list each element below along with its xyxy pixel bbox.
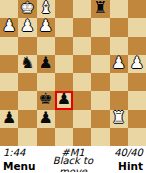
square-h4[interactable] <box>128 73 146 91</box>
black-knight: ♞ <box>20 55 34 71</box>
square-b7[interactable]: ♟ <box>18 18 36 36</box>
square-g2[interactable]: ♜ <box>110 110 128 128</box>
square-b2[interactable] <box>18 110 36 128</box>
square-b1[interactable] <box>18 128 36 146</box>
square-d1[interactable] <box>55 128 73 146</box>
chess-board: ♚♝♜♟♟♟♞♟♟♟♚♟♟♟♜ <box>0 0 146 146</box>
black-pawn: ♟ <box>2 110 16 126</box>
square-a5[interactable] <box>0 55 18 73</box>
square-f7[interactable] <box>91 18 109 36</box>
square-h2[interactable] <box>128 110 146 128</box>
square-g5[interactable]: ♟ <box>110 55 128 73</box>
chess-app-screen: ♚♝♜♟♟♟♞♟♟♟♚♟♟♟♜ 1:44 #M1 40/40 Menu Blac… <box>0 0 146 172</box>
square-d5[interactable] <box>55 55 73 73</box>
square-f4[interactable] <box>91 73 109 91</box>
menu-softkey[interactable]: Menu <box>3 160 44 172</box>
white-pawn: ♟ <box>111 55 125 71</box>
black-king: ♚ <box>38 91 52 107</box>
square-d6[interactable] <box>55 37 73 55</box>
square-e8[interactable] <box>73 0 91 18</box>
black-pawn: ♟ <box>38 110 52 126</box>
square-c1[interactable] <box>37 128 55 146</box>
square-e5[interactable] <box>73 55 91 73</box>
square-h5[interactable]: ♟ <box>128 55 146 73</box>
square-g1[interactable] <box>110 128 128 146</box>
square-f5[interactable] <box>91 55 109 73</box>
square-e1[interactable] <box>73 128 91 146</box>
status-bar: 1:44 #M1 40/40 Menu Black to move Hint <box>0 146 146 172</box>
square-b4[interactable] <box>18 73 36 91</box>
square-e4[interactable] <box>73 73 91 91</box>
square-c5[interactable]: ♟ <box>37 55 55 73</box>
square-e7[interactable] <box>73 18 91 36</box>
square-d8[interactable] <box>55 0 73 18</box>
square-h8[interactable] <box>128 0 146 18</box>
square-e2[interactable] <box>73 110 91 128</box>
square-f3[interactable] <box>91 91 109 109</box>
white-bishop: ♝ <box>38 0 52 16</box>
square-f1[interactable] <box>91 128 109 146</box>
square-f8[interactable]: ♜ <box>91 0 109 18</box>
white-pawn: ♟ <box>38 18 52 34</box>
square-h7[interactable] <box>128 18 146 36</box>
white-king: ♚ <box>20 0 34 16</box>
square-g8[interactable] <box>110 0 128 18</box>
white-pawn: ♟ <box>2 18 16 34</box>
square-b3[interactable] <box>18 91 36 109</box>
square-h1[interactable] <box>128 128 146 146</box>
square-f2[interactable] <box>91 110 109 128</box>
square-g7[interactable] <box>110 18 128 36</box>
square-f6[interactable] <box>91 37 109 55</box>
square-e6[interactable] <box>73 37 91 55</box>
square-a7[interactable]: ♟ <box>0 18 18 36</box>
square-h3[interactable] <box>128 91 146 109</box>
square-a6[interactable] <box>0 37 18 55</box>
black-pawn: ♟ <box>38 55 52 71</box>
white-pawn: ♟ <box>130 55 144 71</box>
square-c7[interactable]: ♟ <box>37 18 55 36</box>
square-d2[interactable] <box>55 110 73 128</box>
white-rook: ♜ <box>111 110 125 126</box>
square-b5[interactable]: ♞ <box>18 55 36 73</box>
square-d3[interactable]: ♟ <box>55 91 73 109</box>
square-g4[interactable] <box>110 73 128 91</box>
black-pawn: ♟ <box>57 91 71 107</box>
clock: 1:44 <box>3 147 44 158</box>
square-a1[interactable] <box>0 128 18 146</box>
move-counter: 40/40 <box>102 147 143 158</box>
hint-softkey[interactable]: Hint <box>102 160 143 172</box>
square-c2[interactable]: ♟ <box>37 110 55 128</box>
softkey-row: Menu Black to move Hint <box>0 159 146 172</box>
white-pawn: ♟ <box>20 18 34 34</box>
black-rook: ♜ <box>93 0 107 16</box>
turn-indicator: Black to move <box>44 155 102 173</box>
square-a4[interactable] <box>0 73 18 91</box>
square-e3[interactable] <box>73 91 91 109</box>
square-d7[interactable] <box>55 18 73 36</box>
square-a2[interactable]: ♟ <box>0 110 18 128</box>
